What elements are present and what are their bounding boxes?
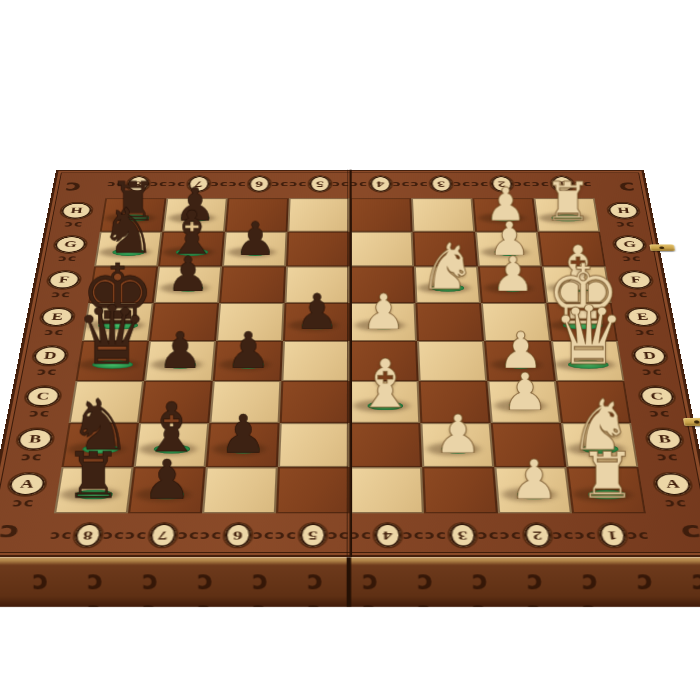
- rank-label-top-4: ɔc4ɔc: [350, 170, 411, 199]
- scroll-decoration: ɔc: [64, 219, 84, 228]
- square-a4[interactable]: [350, 467, 424, 513]
- piece-white-rook-a1[interactable]: ♜: [552, 417, 662, 498]
- rank-label-bottom-7-circle: 7: [146, 522, 179, 548]
- scroll-decoration: ɔc: [210, 180, 229, 189]
- scroll-decoration: ɔc: [513, 180, 532, 189]
- front-fold-seam: [347, 557, 352, 607]
- square-f3[interactable]: [414, 266, 481, 302]
- square-g3[interactable]: [413, 232, 478, 267]
- scroll-decoration: ɔc: [289, 180, 307, 189]
- square-f6[interactable]: [219, 266, 286, 302]
- square-f2[interactable]: [478, 266, 546, 302]
- scroll-decoration: ɔc: [552, 529, 576, 542]
- rank-label-bottom-8: ɔc8ɔc: [47, 514, 128, 558]
- square-g8[interactable]: [94, 232, 162, 267]
- rank-label-top-4-circle: 4: [368, 175, 393, 192]
- scroll-decoration: ɔc: [12, 496, 36, 509]
- rank-label-bottom-1: ɔc1ɔc: [572, 514, 653, 558]
- scroll-decoration: ɔc: [499, 529, 522, 542]
- square-f4[interactable]: [350, 266, 415, 302]
- rank-label-bottom-5-circle: 5: [297, 522, 328, 548]
- scroll-decoration: ɔc: [150, 180, 169, 189]
- scroll-decoration: ɔc: [471, 180, 490, 189]
- rank-label-bottom-5: ɔc5ɔc: [274, 514, 350, 558]
- square-h1[interactable]: [534, 198, 601, 231]
- piece-black-pawn-a7[interactable]: ♟: [112, 430, 222, 498]
- scroll-decoration: ɔc: [49, 529, 73, 542]
- corner-scroll-decoration: ɔ: [0, 520, 22, 545]
- square-h4[interactable]: [350, 198, 413, 231]
- square-h2[interactable]: [472, 198, 537, 231]
- rank-label-top-5-circle: 5: [307, 175, 332, 192]
- scroll-decoration: ɔc: [626, 529, 650, 542]
- scroll-decoration: ɔc: [574, 180, 593, 189]
- piece-black-pawn-d6[interactable]: ♟: [197, 305, 299, 368]
- rank-label-bottom-2-circle: 2: [521, 522, 554, 548]
- square-g6[interactable]: [222, 232, 287, 267]
- rank-label-bottom-7: ɔc7ɔc: [123, 514, 202, 558]
- scroll-decoration: ɔc: [350, 529, 372, 542]
- square-g7[interactable]: [158, 232, 225, 267]
- square-g2[interactable]: [475, 232, 542, 267]
- scroll-decoration: ɔc: [616, 219, 636, 228]
- square-h3[interactable]: [411, 198, 475, 231]
- scroll-decoration: ɔc: [425, 529, 448, 542]
- scroll-decoration: ɔc: [350, 180, 368, 189]
- square-g5[interactable]: [286, 232, 350, 267]
- square-h8[interactable]: [100, 198, 167, 231]
- scroll-decoration: ɔc: [410, 180, 428, 189]
- piece-glyph: ♜: [578, 444, 635, 508]
- scroll-decoration: ɔc: [574, 529, 598, 542]
- scroll-decoration: ɔc: [253, 529, 276, 542]
- scroll-decoration: ɔc: [664, 496, 688, 509]
- scroll-decoration: ɔc: [107, 180, 126, 189]
- rank-label-bottom-3-circle: 3: [446, 522, 478, 548]
- scroll-decoration: ɔc: [453, 180, 472, 189]
- rank-label-bottom-8-circle: 8: [71, 522, 105, 548]
- scroll-decoration: ɔc: [622, 254, 643, 263]
- scroll-decoration: ɔc: [275, 529, 298, 542]
- rank-label-bottom-2: ɔc2ɔc: [498, 514, 577, 558]
- scroll-decoration: ɔc: [168, 180, 187, 189]
- rank-label-bottom-4-circle: 4: [372, 522, 403, 548]
- scroll-decoration: ɔc: [332, 180, 350, 189]
- rank-label-top-3-circle: 3: [428, 175, 454, 192]
- scroll-decoration: ɔc: [403, 529, 426, 542]
- rank-label-bottom-1-circle: 1: [595, 522, 629, 548]
- chessboard-scene: ɔ ɔ ɔ ɔ ɔ ɔ ɔ ɔ ɔ ɔ ɔ ɔ ɔ ɔ ɔ ɔ ɔ ɔ ɔ ɔ …: [0, 0, 700, 700]
- rank-label-bottom-6: ɔc6ɔc: [198, 514, 276, 558]
- square-h7[interactable]: [162, 198, 227, 231]
- square-g4[interactable]: [350, 232, 414, 267]
- scroll-decoration: ɔc: [58, 254, 79, 263]
- scroll-decoration: ɔc: [177, 529, 200, 542]
- scroll-decoration: ɔc: [124, 529, 148, 542]
- square-h6[interactable]: [225, 198, 289, 231]
- scroll-decoration: ɔc: [200, 529, 223, 542]
- square-a5[interactable]: [276, 467, 350, 513]
- scroll-decoration: ɔc: [393, 180, 411, 189]
- square-f7[interactable]: [154, 266, 222, 302]
- square-f5[interactable]: [285, 266, 350, 302]
- scroll-decoration: ɔc: [531, 180, 550, 189]
- rank-label-bottom-6-circle: 6: [221, 522, 253, 548]
- rank-label-top-5: ɔc5ɔc: [289, 170, 350, 199]
- rank-label-top-6-circle: 6: [246, 175, 272, 192]
- scroll-decoration: ɔc: [271, 180, 289, 189]
- corner-scroll-decoration: ɔ: [617, 177, 636, 194]
- rank-label-bottom-3: ɔc3ɔc: [424, 514, 502, 558]
- scroll-decoration: ɔc: [102, 529, 126, 542]
- chess-board: ɔ ɔ ɔ ɔ ɔ ɔ ɔ ɔ ɔ ɔ ɔ ɔ ɔ ɔ ɔ ɔ ɔ ɔ ɔ ɔ …: [0, 170, 700, 558]
- square-g1[interactable]: [538, 232, 606, 267]
- board-front-edge: ɔ ɔ ɔ ɔ ɔ ɔ ɔ ɔ ɔ ɔ ɔ ɔ ɔ ɔ ɔ ɔ ɔ ɔ ɔ ɔ …: [0, 557, 700, 607]
- scroll-decoration: ɔc: [477, 529, 500, 542]
- corner-scroll-decoration: ɔ: [678, 520, 700, 545]
- square-h5[interactable]: [287, 198, 350, 231]
- scroll-decoration: ɔc: [228, 180, 247, 189]
- rank-label-bottom-4: ɔc4ɔc: [350, 514, 426, 558]
